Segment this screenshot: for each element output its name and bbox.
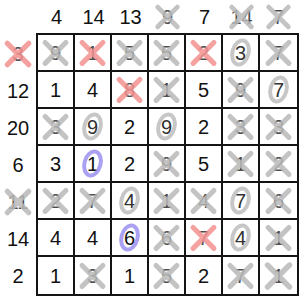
cell-number: 2 (50, 191, 61, 211)
cell-r2c7[interactable]: 7 (260, 72, 297, 109)
cell-number: 7 (273, 80, 284, 100)
cell-number: 9 (235, 80, 246, 100)
col-target-5: 7 (186, 0, 223, 33)
cell-number: 7 (199, 7, 210, 27)
cell-number: 1 (273, 228, 284, 248)
cell-number: 9 (87, 117, 98, 137)
cell-number: 3 (235, 43, 246, 63)
cell-r6c6[interactable]: 4 (223, 220, 260, 257)
cell-number: 5 (124, 43, 135, 63)
cell-number: 1 (87, 43, 98, 63)
cell-number: 7 (273, 7, 284, 27)
cell-number: 6 (124, 228, 135, 248)
cell-r6c2[interactable]: 4 (75, 220, 112, 257)
cell-r5c3[interactable]: 4 (112, 183, 149, 220)
cell-r1c7[interactable]: 7 (260, 35, 297, 72)
col-target-2: 14 (75, 0, 112, 33)
cell-number: 1 (273, 266, 284, 286)
cell-r4c4[interactable]: 9 (149, 146, 186, 183)
cell-r5c7[interactable]: 6 (260, 183, 297, 220)
cell-number: 9 (161, 117, 172, 137)
cell-number: 4 (124, 191, 135, 211)
cell-number: 7 (273, 43, 284, 63)
row-target-column: 31220611142 (0, 35, 36, 296)
cell-number: 3 (87, 266, 98, 286)
cell-r7c2[interactable]: 3 (75, 257, 112, 294)
row-target-6: 14 (0, 220, 36, 257)
cell-number: 6 (12, 155, 23, 175)
cell-number: 7 (198, 228, 209, 248)
cell-r2c2[interactable]: 4 (75, 72, 112, 109)
cell-r2c6[interactable]: 9 (223, 72, 260, 109)
cell-r7c1[interactable]: 1 (38, 257, 75, 294)
cell-number: 1 (161, 191, 172, 211)
cell-r5c2[interactable]: 7 (75, 183, 112, 220)
cell-number: 1 (50, 266, 61, 286)
cell-r3c6[interactable]: 3 (223, 109, 260, 146)
cell-number: 4 (235, 228, 246, 248)
cell-number: 7 (235, 266, 246, 286)
cell-number: 3 (50, 117, 61, 137)
cell-number: 1 (50, 80, 61, 100)
row-target-7: 2 (0, 257, 36, 294)
cell-r5c1[interactable]: 2 (38, 183, 75, 220)
cell-number: 4 (50, 228, 61, 248)
cell-r2c1[interactable]: 1 (38, 72, 75, 109)
cell-r5c6[interactable]: 7 (223, 183, 260, 220)
cell-r3c7[interactable]: 3 (260, 109, 297, 146)
col-target-4: 9 (149, 0, 186, 33)
col-target-1: 4 (38, 0, 75, 33)
cell-number: 7 (87, 191, 98, 211)
cell-number: 14 (7, 229, 29, 249)
cell-number: 14 (230, 7, 252, 27)
cell-number: 6 (273, 191, 284, 211)
cell-r5c5[interactable]: 4 (186, 183, 223, 220)
cell-number: 1 (235, 154, 246, 174)
cell-number: 7 (235, 191, 246, 211)
cell-number: 14 (82, 7, 104, 27)
cell-number: 3 (273, 117, 284, 137)
cell-number: 9 (50, 43, 61, 63)
cell-r1c1[interactable]: 9 (38, 35, 75, 72)
row-target-1: 3 (0, 35, 36, 72)
cell-r7c5[interactable]: 2 (186, 257, 223, 294)
cell-r4c5[interactable]: 5 (186, 146, 223, 183)
cell-number: 3 (12, 44, 23, 64)
cell-r4c1[interactable]: 3 (38, 146, 75, 183)
cell-number: 9 (162, 7, 173, 27)
cell-number: 2 (273, 154, 284, 174)
cell-number: 2 (124, 154, 135, 174)
cell-r4c2[interactable]: 1 (75, 146, 112, 183)
cell-r1c5[interactable]: 2 (186, 35, 223, 72)
cell-number: 8 (124, 80, 135, 100)
col-target-3: 13 (112, 0, 149, 33)
cell-number: 3 (235, 117, 246, 137)
cell-number: 5 (198, 80, 209, 100)
cell-r7c3[interactable]: 1 (112, 257, 149, 294)
cell-r5c4[interactable]: 1 (149, 183, 186, 220)
cell-number: 5 (161, 43, 172, 63)
row-target-3: 20 (0, 109, 36, 146)
cell-r2c3[interactable]: 8 (112, 72, 149, 109)
cell-number: 2 (12, 266, 23, 286)
cell-r3c2[interactable]: 9 (75, 109, 112, 146)
row-target-5: 11 (0, 183, 36, 220)
column-target-row: 4141397147 (38, 0, 299, 33)
cell-r6c5[interactable]: 7 (186, 220, 223, 257)
cell-r1c4[interactable]: 5 (149, 35, 186, 72)
cell-r7c7[interactable]: 1 (260, 257, 297, 294)
cell-r3c3[interactable]: 2 (112, 109, 149, 146)
cell-number: 13 (119, 7, 141, 27)
cell-number: 4 (87, 228, 98, 248)
cell-r1c3[interactable]: 5 (112, 35, 149, 72)
row-target-2: 12 (0, 72, 36, 109)
cell-r7c6[interactable]: 7 (223, 257, 260, 294)
cell-grid: 9155237148159739292333129512274147644667… (36, 33, 299, 296)
cell-r1c2[interactable]: 1 (75, 35, 112, 72)
cell-number: 1 (124, 266, 135, 286)
cell-r6c7[interactable]: 1 (260, 220, 297, 257)
cell-number: 4 (198, 191, 209, 211)
cell-r6c1[interactable]: 4 (38, 220, 75, 257)
cell-number: 2 (198, 117, 209, 137)
cell-number: 1 (87, 154, 98, 174)
cell-r6c3[interactable]: 6 (112, 220, 149, 257)
col-target-6: 14 (223, 0, 260, 33)
cell-r4c7[interactable]: 2 (260, 146, 297, 183)
cell-r4c6[interactable]: 1 (223, 146, 260, 183)
cell-number: 3 (50, 154, 61, 174)
puzzle-board: 4141397147 31220611142 91552371481597392… (0, 0, 300, 298)
cell-number: 5 (198, 154, 209, 174)
cell-r3c4[interactable]: 9 (149, 109, 186, 146)
cell-r2c5[interactable]: 5 (186, 72, 223, 109)
cell-number: 2 (198, 266, 209, 286)
cell-r1c6[interactable]: 3 (223, 35, 260, 72)
cell-number: 9 (161, 154, 172, 174)
cell-r3c5[interactable]: 2 (186, 109, 223, 146)
cell-r2c4[interactable]: 1 (149, 72, 186, 109)
cell-r7c4[interactable]: 5 (149, 257, 186, 294)
cell-number: 4 (87, 80, 98, 100)
cell-number: 12 (7, 81, 29, 101)
cell-r3c1[interactable]: 3 (38, 109, 75, 146)
row-target-4: 6 (0, 146, 36, 183)
cell-r4c3[interactable]: 2 (112, 146, 149, 183)
cell-r6c4[interactable]: 6 (149, 220, 186, 257)
cell-number: 6 (161, 228, 172, 248)
cell-number: 2 (124, 117, 135, 137)
cell-number: 4 (51, 7, 62, 27)
cell-number: 2 (198, 43, 209, 63)
cell-number: 11 (8, 192, 29, 212)
corner-spacer (0, 0, 36, 33)
cell-number: 20 (7, 118, 29, 138)
cell-number: 1 (161, 80, 172, 100)
col-target-7: 7 (260, 0, 297, 33)
cell-number: 5 (161, 266, 172, 286)
